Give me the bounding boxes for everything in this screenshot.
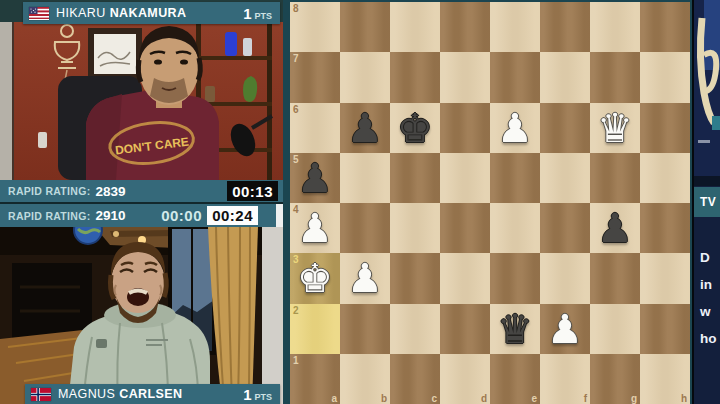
dark-shelf (12, 263, 92, 339)
file-label-d: d (481, 393, 487, 404)
black-king-c6: ♚ (397, 108, 433, 148)
player-bar-bottom: MAGNUSCARLSEN 1 PTS (25, 384, 280, 404)
white-pawn-f2: ♟ (547, 309, 583, 349)
square-c3 (390, 253, 440, 303)
square-e1: e (490, 354, 540, 404)
headline-line: D (700, 244, 717, 271)
clock-top: 00:13 (227, 181, 278, 201)
wall-corner (0, 22, 12, 180)
event-logo-art (694, 0, 720, 186)
square-f5 (540, 153, 590, 203)
score-top: 1 PTS (243, 5, 280, 22)
square-c4 (390, 203, 440, 253)
square-g4: ♟ (590, 203, 640, 253)
square-h5 (640, 153, 690, 203)
clock-bottom: 00:24 (207, 206, 258, 225)
square-c5 (390, 153, 440, 203)
square-g7 (590, 52, 640, 102)
square-f8 (540, 2, 590, 52)
headline-line: ho (700, 325, 717, 352)
square-c2 (390, 304, 440, 354)
square-h7 (640, 52, 690, 102)
square-e2: ♛ (490, 304, 540, 354)
square-b3: ♟ (340, 253, 390, 303)
square-a1: 1a (290, 354, 340, 404)
square-a7: 7 (290, 52, 340, 102)
white-pawn-a4: ♟ (297, 208, 333, 248)
right-sidebar: TV D in w ho (692, 0, 720, 404)
rating-value: 2910 (95, 208, 125, 223)
norway-flag-icon (31, 388, 51, 401)
square-a4: 4♟ (290, 203, 340, 253)
square-e4 (490, 203, 540, 253)
square-g5 (590, 153, 640, 203)
square-h6 (640, 103, 690, 153)
square-b6: ♟ (340, 103, 390, 153)
square-g6: ♛ (590, 103, 640, 153)
square-g2 (590, 304, 640, 354)
rank-label-6: 6 (293, 104, 299, 115)
square-h2 (640, 304, 690, 354)
square-d5 (440, 153, 490, 203)
square-g1: g (590, 354, 640, 404)
square-e7 (490, 52, 540, 102)
wall-outlet (38, 132, 47, 148)
square-a5: 5♟ (290, 153, 340, 203)
square-b8 (340, 2, 390, 52)
rating-bar-top: RAPID RATING: 2839 00:13 (0, 180, 283, 202)
square-d3 (440, 253, 490, 303)
rating-label: RAPID RATING: (8, 185, 90, 197)
square-d1: d (440, 354, 490, 404)
black-queen-e2: ♛ (497, 309, 533, 349)
clock-strip (276, 204, 283, 227)
webcam-bottom-carlsen (0, 227, 283, 404)
black-pawn-g4: ♟ (597, 208, 633, 248)
file-label-a: a (331, 393, 337, 404)
white-queen-g6: ♛ (597, 108, 633, 148)
tab-tv[interactable]: TV (694, 187, 720, 217)
square-h1: h (640, 354, 690, 404)
player-name-top: HIKARUNAKAMURA (56, 6, 186, 20)
webcam-bottom-scene (0, 227, 283, 404)
square-b2 (340, 304, 390, 354)
points-value: 1 (243, 5, 251, 22)
white-pawn-b3: ♟ (347, 258, 383, 298)
square-f4 (540, 203, 590, 253)
file-label-e: e (531, 393, 537, 404)
webcam-top-scene: DON'T CARE (0, 0, 283, 180)
square-g8 (590, 2, 640, 52)
square-g3 (590, 253, 640, 303)
player-last-name: NAKAMURA (110, 6, 187, 20)
rank-label-2: 2 (293, 305, 299, 316)
square-c8 (390, 2, 440, 52)
sidebar-headline: D in w ho (700, 244, 717, 352)
rank-label-8: 8 (293, 3, 299, 14)
player-first-name: MAGNUS (58, 387, 115, 401)
points-value: 1 (243, 386, 251, 403)
us-flag-icon (29, 7, 49, 20)
wall-right (262, 227, 283, 404)
square-d4 (440, 203, 490, 253)
square-b5 (340, 153, 390, 203)
headline-line: in (700, 271, 717, 298)
square-e6: ♟ (490, 103, 540, 153)
score-bottom: 1 PTS (243, 386, 280, 403)
player-first-name: HIKARU (56, 6, 106, 20)
black-pawn-b6: ♟ (347, 108, 383, 148)
black-pawn-a5: ♟ (297, 158, 333, 198)
square-d2 (440, 304, 490, 354)
file-label-g: g (631, 393, 637, 404)
file-label-c: c (431, 393, 437, 404)
rating-value: 2839 (95, 184, 125, 199)
tv-label: TV (700, 195, 716, 209)
file-label-f: f (584, 393, 587, 404)
stream-frame: DON'T CARE (0, 0, 720, 404)
square-e3 (490, 253, 540, 303)
square-h3 (640, 253, 690, 303)
blue-bottle (225, 32, 237, 56)
points-label: PTS (254, 11, 272, 21)
square-b4 (340, 203, 390, 253)
points-label: PTS (254, 392, 272, 402)
square-f7 (540, 52, 590, 102)
rank-label-1: 1 (293, 355, 299, 366)
white-pawn-e6: ♟ (497, 108, 533, 148)
player-bar-top: HIKARUNAKAMURA 1 PTS (23, 2, 280, 24)
player-last-name: CARLSEN (119, 387, 182, 401)
rating-bar-bottom: RAPID RATING: 2910 00:00 00:24 (0, 204, 283, 227)
hoodie-logo (96, 339, 107, 348)
square-e8 (490, 2, 540, 52)
square-f6 (540, 103, 590, 153)
square-a2: 2 (290, 304, 340, 354)
square-e5 (490, 153, 540, 203)
file-label-b: b (381, 393, 387, 404)
headline-line: w (700, 298, 717, 325)
chess-board: 876♟♚♟♛5♟4♟♟3♚♟2♛♟1abcdefgh (290, 2, 690, 404)
file-label-h: h (681, 393, 687, 404)
square-b7 (340, 52, 390, 102)
board-panel: 876♟♚♟♛5♟4♟♟3♚♟2♛♟1abcdefgh (283, 0, 692, 404)
square-d7 (440, 52, 490, 102)
square-a6: 6 (290, 103, 340, 153)
white-king-a3: ♚ (297, 258, 333, 298)
square-b1: b (340, 354, 390, 404)
square-f1: f (540, 354, 590, 404)
square-c7 (390, 52, 440, 102)
square-f3 (540, 253, 590, 303)
square-a3: 3♚ (290, 253, 340, 303)
rating-label: RAPID RATING: (8, 210, 90, 222)
square-d6 (440, 103, 490, 153)
square-c1: c (390, 354, 440, 404)
rank-label-7: 7 (293, 53, 299, 64)
player-name-bottom: MAGNUSCARLSEN (58, 387, 182, 401)
square-f2: ♟ (540, 304, 590, 354)
square-a8: 8 (290, 2, 340, 52)
square-c6: ♚ (390, 103, 440, 153)
square-d8 (440, 2, 490, 52)
move-timer-bottom: 00:00 (156, 205, 207, 226)
webcam-top-nakamura: DON'T CARE (0, 0, 283, 180)
picture-frame (88, 28, 142, 80)
square-h8 (640, 2, 690, 52)
square-h4 (640, 203, 690, 253)
